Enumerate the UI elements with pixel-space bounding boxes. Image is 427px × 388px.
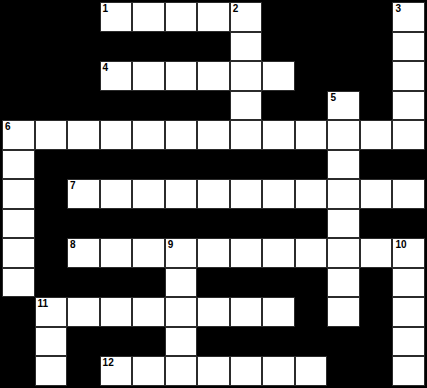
white-cell-r8c11[interactable]	[360, 238, 393, 268]
white-cell-r6c11[interactable]	[360, 179, 393, 209]
black-cell-r3c3	[100, 91, 133, 121]
white-cell-r11c1[interactable]	[35, 327, 68, 357]
black-cell-r7c9	[295, 209, 328, 239]
black-cell-r9c3	[100, 268, 133, 298]
white-cell-r10c10[interactable]	[327, 297, 360, 327]
white-cell-r1c12[interactable]	[392, 32, 425, 62]
white-cell-r8c0[interactable]	[2, 238, 35, 268]
black-cell-r3c5	[165, 91, 198, 121]
black-cell-r5c9	[295, 150, 328, 180]
white-cell-r9c0[interactable]	[2, 268, 35, 298]
black-cell-r3c6	[197, 91, 230, 121]
white-cell-r2c8[interactable]	[262, 61, 295, 91]
black-cell-r12c0	[2, 356, 35, 386]
white-cell-r4c4[interactable]	[132, 120, 165, 150]
black-cell-r5c7	[230, 150, 263, 180]
white-cell-r12c3[interactable]: 12	[100, 356, 133, 386]
white-cell-r8c4[interactable]	[132, 238, 165, 268]
black-cell-r0c10	[327, 2, 360, 32]
black-cell-r11c11	[360, 327, 393, 357]
black-cell-r3c0	[2, 91, 35, 121]
white-cell-r4c8[interactable]	[262, 120, 295, 150]
black-cell-r1c4	[132, 32, 165, 62]
white-cell-r2c3[interactable]: 4	[100, 61, 133, 91]
black-cell-r1c5	[165, 32, 198, 62]
white-cell-r4c3[interactable]	[100, 120, 133, 150]
white-cell-r12c6[interactable]	[197, 356, 230, 386]
white-cell-r6c0[interactable]	[2, 179, 35, 209]
clue-number-5: 5	[330, 92, 336, 104]
white-cell-r8c5[interactable]: 9	[165, 238, 198, 268]
black-cell-r7c2	[67, 209, 100, 239]
black-cell-r11c9	[295, 327, 328, 357]
black-cell-r1c9	[295, 32, 328, 62]
black-cell-r12c10	[327, 356, 360, 386]
white-cell-r12c12[interactable]	[392, 356, 425, 386]
white-cell-r4c6[interactable]	[197, 120, 230, 150]
white-cell-r11c12[interactable]	[392, 327, 425, 357]
black-cell-r2c2	[67, 61, 100, 91]
white-cell-r7c10[interactable]	[327, 209, 360, 239]
white-cell-r10c2[interactable]	[67, 297, 100, 327]
white-cell-r2c6[interactable]	[197, 61, 230, 91]
white-cell-r6c8[interactable]	[262, 179, 295, 209]
black-cell-r9c2	[67, 268, 100, 298]
black-cell-r0c2	[67, 2, 100, 32]
clue-number-6: 6	[5, 121, 11, 133]
white-cell-r0c5[interactable]	[165, 2, 198, 32]
white-cell-r12c1[interactable]	[35, 356, 68, 386]
black-cell-r1c3	[100, 32, 133, 62]
white-cell-r12c9[interactable]	[295, 356, 328, 386]
white-cell-r6c2[interactable]: 7	[67, 179, 100, 209]
white-cell-r6c5[interactable]	[165, 179, 198, 209]
black-cell-r9c9	[295, 268, 328, 298]
black-cell-r3c1	[35, 91, 68, 121]
white-cell-r8c6[interactable]	[197, 238, 230, 268]
black-cell-r6c1	[35, 179, 68, 209]
white-cell-r0c4[interactable]	[132, 2, 165, 32]
black-cell-r1c0	[2, 32, 35, 62]
white-cell-r5c10[interactable]	[327, 150, 360, 180]
white-cell-r10c7[interactable]	[230, 297, 263, 327]
clue-number-7: 7	[70, 180, 76, 192]
white-cell-r6c10[interactable]	[327, 179, 360, 209]
black-cell-r1c8	[262, 32, 295, 62]
clue-number-4: 4	[103, 62, 109, 74]
white-cell-r10c6[interactable]	[197, 297, 230, 327]
white-cell-r6c4[interactable]	[132, 179, 165, 209]
white-cell-r8c10[interactable]	[327, 238, 360, 268]
white-cell-r4c5[interactable]	[165, 120, 198, 150]
white-cell-r2c7[interactable]	[230, 61, 263, 91]
white-cell-r6c6[interactable]	[197, 179, 230, 209]
white-cell-r6c9[interactable]	[295, 179, 328, 209]
black-cell-r2c10	[327, 61, 360, 91]
black-cell-r1c1	[35, 32, 68, 62]
black-cell-r9c8	[262, 268, 295, 298]
white-cell-r6c3[interactable]	[100, 179, 133, 209]
black-cell-r3c8	[262, 91, 295, 121]
black-cell-r3c2	[67, 91, 100, 121]
white-cell-r3c12[interactable]	[392, 91, 425, 121]
black-cell-r11c0	[2, 327, 35, 357]
white-cell-r4c9[interactable]	[295, 120, 328, 150]
white-cell-r8c12[interactable]: 10	[392, 238, 425, 268]
black-cell-r11c6	[197, 327, 230, 357]
white-cell-r4c2[interactable]	[67, 120, 100, 150]
white-cell-r4c12[interactable]	[392, 120, 425, 150]
black-cell-r0c8	[262, 2, 295, 32]
black-cell-r5c11	[360, 150, 393, 180]
black-cell-r1c10	[327, 32, 360, 62]
clue-number-2: 2	[233, 3, 239, 15]
white-cell-r3c10[interactable]: 5	[327, 91, 360, 121]
white-cell-r12c7[interactable]	[230, 356, 263, 386]
clue-number-9: 9	[168, 239, 174, 251]
white-cell-r2c4[interactable]	[132, 61, 165, 91]
white-cell-r2c12[interactable]	[392, 61, 425, 91]
black-cell-r7c11	[360, 209, 393, 239]
black-cell-r0c11	[360, 2, 393, 32]
white-cell-r7c0[interactable]	[2, 209, 35, 239]
white-cell-r10c1[interactable]: 11	[35, 297, 68, 327]
white-cell-r0c6[interactable]	[197, 2, 230, 32]
white-cell-r9c12[interactable]	[392, 268, 425, 298]
clue-number-12: 12	[103, 357, 114, 369]
black-cell-r7c1	[35, 209, 68, 239]
white-cell-r4c11[interactable]	[360, 120, 393, 150]
white-cell-r10c5[interactable]	[165, 297, 198, 327]
white-cell-r9c5[interactable]	[165, 268, 198, 298]
black-cell-r3c4	[132, 91, 165, 121]
black-cell-r11c3	[100, 327, 133, 357]
black-cell-r7c12	[392, 209, 425, 239]
white-cell-r5c0[interactable]	[2, 150, 35, 180]
black-cell-r12c2	[67, 356, 100, 386]
black-cell-r11c10	[327, 327, 360, 357]
white-cell-r4c0[interactable]: 6	[2, 120, 35, 150]
black-cell-r2c1	[35, 61, 68, 91]
white-cell-r12c4[interactable]	[132, 356, 165, 386]
black-cell-r11c2	[67, 327, 100, 357]
white-cell-r8c9[interactable]	[295, 238, 328, 268]
black-cell-r7c4	[132, 209, 165, 239]
white-cell-r2c5[interactable]	[165, 61, 198, 91]
black-cell-r11c8	[262, 327, 295, 357]
white-cell-r0c3[interactable]: 1	[100, 2, 133, 32]
black-cell-r7c7	[230, 209, 263, 239]
white-cell-r11c5[interactable]	[165, 327, 198, 357]
black-cell-r5c8	[262, 150, 295, 180]
black-cell-r5c12	[392, 150, 425, 180]
clue-number-1: 1	[103, 3, 109, 15]
black-cell-r9c4	[132, 268, 165, 298]
white-cell-r10c3[interactable]	[100, 297, 133, 327]
crossword-board: 123456789101112	[0, 0, 427, 388]
white-cell-r4c10[interactable]	[327, 120, 360, 150]
black-cell-r12c11	[360, 356, 393, 386]
white-cell-r0c12[interactable]: 3	[392, 2, 425, 32]
white-cell-r10c4[interactable]	[132, 297, 165, 327]
black-cell-r2c11	[360, 61, 393, 91]
black-cell-r7c8	[262, 209, 295, 239]
black-cell-r3c9	[295, 91, 328, 121]
black-cell-r2c9	[295, 61, 328, 91]
white-cell-r1c7[interactable]	[230, 32, 263, 62]
black-cell-r3c11	[360, 91, 393, 121]
black-cell-r0c9	[295, 2, 328, 32]
white-cell-r4c7[interactable]	[230, 120, 263, 150]
white-cell-r8c2[interactable]: 8	[67, 238, 100, 268]
white-cell-r10c8[interactable]	[262, 297, 295, 327]
black-cell-r5c2	[67, 150, 100, 180]
clue-number-11: 11	[38, 298, 49, 310]
white-cell-r8c8[interactable]	[262, 238, 295, 268]
clue-number-10: 10	[395, 239, 406, 251]
white-cell-r8c7[interactable]	[230, 238, 263, 268]
black-cell-r5c1	[35, 150, 68, 180]
black-cell-r2c0	[2, 61, 35, 91]
white-cell-r10c12[interactable]	[392, 297, 425, 327]
black-cell-r9c1	[35, 268, 68, 298]
white-cell-r12c8[interactable]	[262, 356, 295, 386]
black-cell-r9c7	[230, 268, 263, 298]
black-cell-r0c0	[2, 2, 35, 32]
clue-number-8: 8	[70, 239, 76, 251]
white-cell-r6c12[interactable]	[392, 179, 425, 209]
white-cell-r12c5[interactable]	[165, 356, 198, 386]
white-cell-r9c10[interactable]	[327, 268, 360, 298]
clue-number-3: 3	[395, 3, 401, 15]
black-cell-r11c7	[230, 327, 263, 357]
black-cell-r9c6	[197, 268, 230, 298]
black-cell-r7c6	[197, 209, 230, 239]
black-cell-r5c4	[132, 150, 165, 180]
black-cell-r0c1	[35, 2, 68, 32]
black-cell-r5c3	[100, 150, 133, 180]
white-cell-r0c7[interactable]: 2	[230, 2, 263, 32]
black-cell-r10c0	[2, 297, 35, 327]
black-cell-r8c1	[35, 238, 68, 268]
white-cell-r8c3[interactable]	[100, 238, 133, 268]
black-cell-r1c11	[360, 32, 393, 62]
black-cell-r10c9	[295, 297, 328, 327]
black-cell-r1c6	[197, 32, 230, 62]
black-cell-r7c5	[165, 209, 198, 239]
black-cell-r11c4	[132, 327, 165, 357]
black-cell-r9c11	[360, 268, 393, 298]
black-cell-r5c5	[165, 150, 198, 180]
black-cell-r10c11	[360, 297, 393, 327]
black-cell-r1c2	[67, 32, 100, 62]
white-cell-r4c1[interactable]	[35, 120, 68, 150]
white-cell-r3c7[interactable]	[230, 91, 263, 121]
black-cell-r7c3	[100, 209, 133, 239]
black-cell-r5c6	[197, 150, 230, 180]
white-cell-r6c7[interactable]	[230, 179, 263, 209]
